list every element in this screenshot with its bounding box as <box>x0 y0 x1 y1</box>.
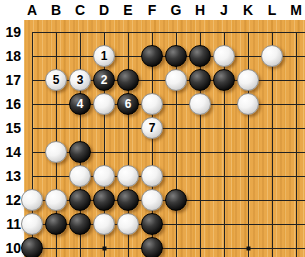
row-label-14: 14 <box>0 142 21 162</box>
row-label-16: 16 <box>0 94 21 114</box>
column-label-H: H <box>188 0 212 20</box>
row-label-12: 12 <box>0 190 21 210</box>
stone-c12-black <box>69 189 91 211</box>
stone-e17-black <box>117 69 139 91</box>
stone-a10-black <box>21 237 43 257</box>
column-label-E: E <box>116 0 140 20</box>
stone-f11-black <box>141 213 163 235</box>
stone-l18-white <box>261 45 283 67</box>
column-label-A: A <box>20 0 44 20</box>
star-point-k10 <box>247 247 251 251</box>
go-board-diagram: ABCDEFGHJKLM 19181716151413121110 153724… <box>0 0 305 257</box>
stone-k16-white <box>237 93 259 115</box>
stone-g17-white <box>165 69 187 91</box>
move-number-label: 1 <box>101 49 108 63</box>
move-number-label: 7 <box>149 121 156 135</box>
star-point-d10 <box>103 247 107 251</box>
stone-c16-black: 4 <box>69 93 91 115</box>
move-number-label: 4 <box>77 97 84 111</box>
stone-c13-white <box>69 165 91 187</box>
stone-d17-black: 2 <box>93 69 115 91</box>
row-label-11: 11 <box>0 214 21 234</box>
stone-d12-black <box>93 189 115 211</box>
stone-j18-white <box>213 45 235 67</box>
stone-b17-white: 5 <box>45 69 67 91</box>
stone-e13-white <box>117 165 139 187</box>
row-label-10: 10 <box>0 238 21 257</box>
move-number-label: 2 <box>101 73 108 87</box>
stone-k17-white <box>237 69 259 91</box>
stone-d13-white <box>93 165 115 187</box>
row-label-17: 17 <box>0 70 21 90</box>
stone-g12-black <box>165 189 187 211</box>
move-number-label: 6 <box>125 97 132 111</box>
column-label-C: C <box>68 0 92 20</box>
stone-f18-black <box>141 45 163 67</box>
stone-d11-white <box>93 213 115 235</box>
stone-f16-white <box>141 93 163 115</box>
move-number-label: 5 <box>53 73 60 87</box>
board-surface[interactable]: 1537246 <box>24 20 305 257</box>
column-label-J: J <box>212 0 236 20</box>
stone-b11-black <box>45 213 67 235</box>
stone-e16-black: 6 <box>117 93 139 115</box>
column-label-M: M <box>284 0 305 20</box>
stone-h17-black <box>189 69 211 91</box>
row-label-13: 13 <box>0 166 21 186</box>
stone-g18-black <box>165 45 187 67</box>
row-label-19: 19 <box>0 22 21 42</box>
stone-d16-white <box>93 93 115 115</box>
column-label-D: D <box>92 0 116 20</box>
stone-h16-white <box>189 93 211 115</box>
stone-b12-white <box>45 189 67 211</box>
stone-a11-white <box>21 213 43 235</box>
column-label-L: L <box>260 0 284 20</box>
column-label-K: K <box>236 0 260 20</box>
column-label-B: B <box>44 0 68 20</box>
stone-f13-white <box>141 165 163 187</box>
stone-a12-white <box>21 189 43 211</box>
column-label-F: F <box>140 0 164 20</box>
stone-f15-white: 7 <box>141 117 163 139</box>
stone-h18-black <box>189 45 211 67</box>
stone-j17-black <box>213 69 235 91</box>
stone-c17-white: 3 <box>69 69 91 91</box>
stone-f12-white <box>141 189 163 211</box>
row-label-15: 15 <box>0 118 21 138</box>
stone-e12-black <box>117 189 139 211</box>
stone-c14-black <box>69 141 91 163</box>
row-label-18: 18 <box>0 46 21 66</box>
stone-b14-white <box>45 141 67 163</box>
stone-c11-black <box>69 213 91 235</box>
column-label-G: G <box>164 0 188 20</box>
stone-d18-white: 1 <box>93 45 115 67</box>
stone-f10-black <box>141 237 163 257</box>
move-number-label: 3 <box>77 73 84 87</box>
stone-e11-white <box>117 213 139 235</box>
